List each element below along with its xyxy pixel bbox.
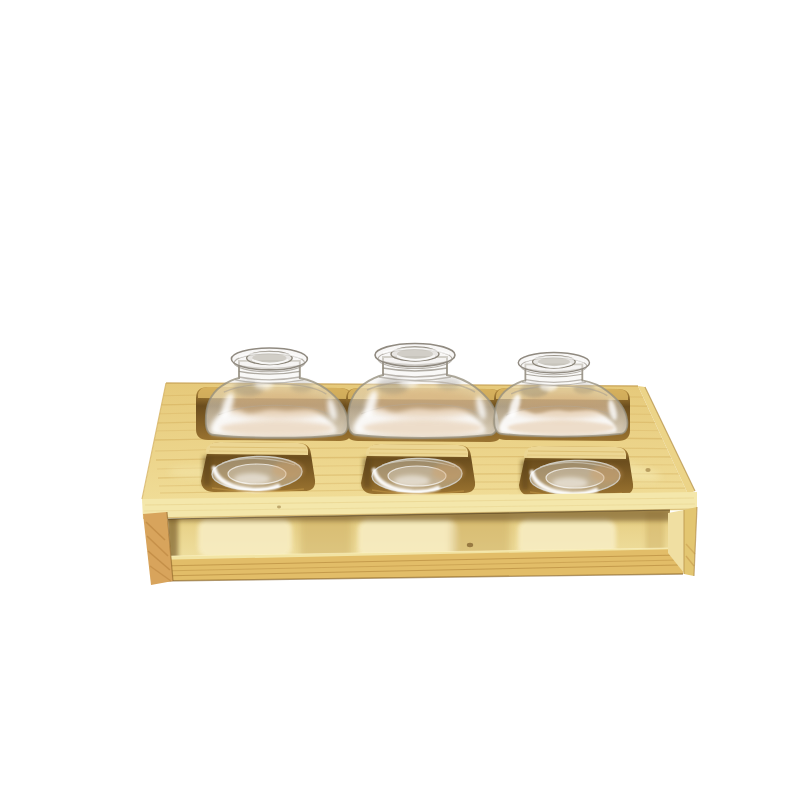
cutout-top-wall [366, 444, 468, 457]
wood-knot [645, 468, 650, 472]
dish-glow [552, 477, 588, 489]
dish-warm-reflection [590, 465, 622, 483]
cutout-top-wall [206, 442, 308, 455]
product-photo [0, 0, 800, 800]
cutout-top-wall [524, 446, 626, 459]
photo-canvas [0, 0, 800, 800]
dish-glow [234, 473, 270, 485]
front-cutout-right [519, 446, 633, 496]
cutout-side-shadow [363, 458, 371, 488]
dish-glow [394, 475, 430, 487]
dish-warm-reflection [272, 461, 304, 479]
dish-warm-reflection [432, 463, 464, 481]
window-light-patch [198, 518, 292, 558]
cutout-side-shadow [203, 456, 211, 486]
front-cutout-left [201, 442, 315, 492]
wood-knot [467, 543, 473, 547]
front-cutout-middle [361, 444, 475, 494]
front-edge-knot [277, 506, 281, 509]
cutout-side-shadow [521, 460, 529, 490]
